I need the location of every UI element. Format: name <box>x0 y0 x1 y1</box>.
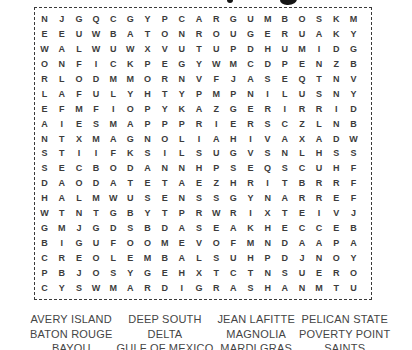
grid-cell[interactable]: A <box>173 251 190 266</box>
grid-cell[interactable]: M <box>225 57 242 72</box>
grid-cell[interactable]: C <box>242 57 259 72</box>
grid-cell[interactable]: E <box>293 206 310 221</box>
grid-cell[interactable]: N <box>293 281 310 296</box>
grid-cell[interactable]: D <box>122 161 139 176</box>
grid-cell[interactable]: I <box>311 42 328 57</box>
grid-cell[interactable]: T <box>156 87 173 102</box>
grid-cell[interactable]: C <box>276 117 293 132</box>
grid-cell[interactable]: L <box>276 87 293 102</box>
grid-cell[interactable]: M <box>208 87 225 102</box>
grid-cell[interactable]: E <box>156 266 173 281</box>
grid-cell[interactable]: U <box>293 87 310 102</box>
grid-cell[interactable]: E <box>208 221 225 236</box>
grid-cell[interactable]: T <box>242 266 259 281</box>
grid-cell[interactable]: R <box>311 191 328 206</box>
grid-cell[interactable]: R <box>311 176 328 191</box>
grid-cell[interactable]: G <box>87 221 104 236</box>
grid-cell[interactable]: H <box>259 42 276 57</box>
grid-cell[interactable]: I <box>87 57 104 72</box>
grid-cell[interactable]: D <box>276 236 293 251</box>
grid-cell[interactable]: L <box>105 87 122 102</box>
grid-cell[interactable]: O <box>139 236 156 251</box>
grid-cell[interactable]: C <box>293 161 310 176</box>
grid-cell[interactable]: D <box>36 176 53 191</box>
grid-cell[interactable]: N <box>173 72 190 87</box>
grid-cell[interactable]: O <box>87 266 104 281</box>
grid-cell[interactable]: R <box>53 251 70 266</box>
grid-cell[interactable]: C <box>173 12 190 27</box>
grid-cell[interactable]: G <box>225 147 242 162</box>
grid-cell[interactable]: M <box>53 221 70 236</box>
grid-cell[interactable]: G <box>225 102 242 117</box>
grid-cell[interactable]: F <box>87 102 104 117</box>
grid-cell[interactable]: W <box>122 42 139 57</box>
grid-cell[interactable]: Y <box>139 206 156 221</box>
grid-cell[interactable]: A <box>225 281 242 296</box>
grid-cell[interactable]: J <box>70 266 87 281</box>
grid-cell[interactable]: Q <box>293 72 310 87</box>
grid-cell[interactable]: F <box>345 191 362 206</box>
grid-cell[interactable]: L <box>105 251 122 266</box>
grid-cell[interactable]: B <box>122 206 139 221</box>
grid-cell[interactable]: I <box>259 176 276 191</box>
grid-cell[interactable]: H <box>225 176 242 191</box>
grid-cell[interactable]: A <box>276 281 293 296</box>
grid-cell[interactable]: W <box>345 132 362 147</box>
grid-cell[interactable]: A <box>311 236 328 251</box>
grid-cell[interactable]: I <box>70 147 87 162</box>
grid-cell[interactable]: A <box>276 191 293 206</box>
grid-cell[interactable]: E <box>173 236 190 251</box>
grid-cell[interactable]: K <box>122 57 139 72</box>
grid-cell[interactable]: F <box>105 236 122 251</box>
grid-cell[interactable]: O <box>70 72 87 87</box>
grid-cell[interactable]: M <box>87 191 104 206</box>
grid-cell[interactable]: E <box>328 221 345 236</box>
grid-cell[interactable]: L <box>173 132 190 147</box>
grid-cell[interactable]: N <box>328 87 345 102</box>
grid-cell[interactable]: I <box>190 132 207 147</box>
grid-cell[interactable]: R <box>311 102 328 117</box>
grid-cell[interactable]: U <box>87 87 104 102</box>
grid-cell[interactable]: Z <box>208 176 225 191</box>
grid-cell[interactable]: M <box>105 72 122 87</box>
grid-cell[interactable]: E <box>53 161 70 176</box>
grid-cell[interactable]: H <box>259 281 276 296</box>
grid-cell[interactable]: E <box>242 161 259 176</box>
grid-cell[interactable]: H <box>311 147 328 162</box>
grid-cell[interactable]: N <box>259 266 276 281</box>
grid-cell[interactable]: C <box>311 221 328 236</box>
grid-cell[interactable]: B <box>53 266 70 281</box>
grid-cell[interactable]: Y <box>139 12 156 27</box>
grid-cell[interactable]: H <box>173 266 190 281</box>
grid-cell[interactable]: D <box>156 281 173 296</box>
grid-cell[interactable]: M <box>105 117 122 132</box>
grid-cell[interactable]: I <box>242 132 259 147</box>
grid-cell[interactable]: H <box>242 251 259 266</box>
grid-cell[interactable]: I <box>259 87 276 102</box>
grid-cell[interactable]: E <box>139 176 156 191</box>
grid-cell[interactable]: T <box>156 206 173 221</box>
grid-cell[interactable]: G <box>122 12 139 27</box>
grid-cell[interactable]: N <box>53 57 70 72</box>
grid-cell[interactable]: S <box>345 147 362 162</box>
grid-cell[interactable]: V <box>242 147 259 162</box>
grid-cell[interactable]: R <box>242 176 259 191</box>
grid-cell[interactable]: F <box>225 236 242 251</box>
grid-cell[interactable]: F <box>70 87 87 102</box>
grid-cell[interactable]: E <box>328 191 345 206</box>
grid-cell[interactable]: U <box>225 251 242 266</box>
grid-cell[interactable]: W <box>105 191 122 206</box>
grid-cell[interactable]: F <box>105 147 122 162</box>
grid-cell[interactable]: S <box>139 147 156 162</box>
grid-cell[interactable]: T <box>53 132 70 147</box>
grid-cell[interactable]: I <box>328 102 345 117</box>
grid-cell[interactable]: U <box>105 42 122 57</box>
grid-cell[interactable]: P <box>173 206 190 221</box>
grid-cell[interactable]: A <box>105 132 122 147</box>
grid-cell[interactable]: A <box>242 72 259 87</box>
grid-cell[interactable]: K <box>328 27 345 42</box>
grid-cell[interactable]: E <box>36 27 53 42</box>
grid-cell[interactable]: L <box>311 117 328 132</box>
grid-cell[interactable]: J <box>293 251 310 266</box>
grid-cell[interactable]: K <box>122 147 139 162</box>
grid-cell[interactable]: S <box>70 281 87 296</box>
grid-cell[interactable]: I <box>173 281 190 296</box>
grid-cell[interactable]: W <box>36 206 53 221</box>
grid-cell[interactable]: S <box>242 281 259 296</box>
grid-cell[interactable]: J <box>345 206 362 221</box>
grid-cell[interactable]: T <box>87 206 104 221</box>
grid-cell[interactable]: R <box>293 191 310 206</box>
grid-cell[interactable]: T <box>276 176 293 191</box>
grid-cell[interactable]: Y <box>53 281 70 296</box>
grid-cell[interactable]: V <box>345 72 362 87</box>
grid-cell[interactable]: A <box>190 12 207 27</box>
grid-cell[interactable]: N <box>173 161 190 176</box>
grid-cell[interactable]: I <box>311 206 328 221</box>
grid-cell[interactable]: R <box>328 176 345 191</box>
grid-cell[interactable]: L <box>53 72 70 87</box>
grid-cell[interactable]: U <box>208 42 225 57</box>
grid-cell[interactable]: U <box>242 12 259 27</box>
grid-cell[interactable]: O <box>208 27 225 42</box>
grid-cell[interactable]: E <box>36 102 53 117</box>
grid-cell[interactable]: M <box>156 236 173 251</box>
grid-cell[interactable]: T <box>190 42 207 57</box>
grid-cell[interactable]: S <box>328 147 345 162</box>
grid-cell[interactable]: E <box>276 221 293 236</box>
grid-cell[interactable]: A <box>293 236 310 251</box>
grid-cell[interactable]: B <box>36 236 53 251</box>
grid-cell[interactable]: G <box>70 12 87 27</box>
grid-cell[interactable]: M <box>87 132 104 147</box>
grid-cell[interactable]: Y <box>190 57 207 72</box>
grid-cell[interactable]: R <box>259 102 276 117</box>
grid-cell[interactable]: O <box>293 12 310 27</box>
grid-cell[interactable]: F <box>70 57 87 72</box>
grid-cell[interactable]: K <box>242 221 259 236</box>
grid-cell[interactable]: N <box>311 251 328 266</box>
grid-cell[interactable]: S <box>276 161 293 176</box>
grid-cell[interactable]: A <box>190 102 207 117</box>
grid-cell[interactable]: P <box>36 266 53 281</box>
grid-cell[interactable]: H <box>328 161 345 176</box>
grid-cell[interactable]: T <box>139 27 156 42</box>
grid-cell[interactable]: N <box>36 132 53 147</box>
grid-cell[interactable]: S <box>190 147 207 162</box>
grid-cell[interactable]: N <box>173 27 190 42</box>
grid-cell[interactable]: P <box>225 87 242 102</box>
grid-cell[interactable]: U <box>293 27 310 42</box>
grid-cell[interactable]: Y <box>242 191 259 206</box>
grid-cell[interactable]: A <box>173 221 190 236</box>
grid-cell[interactable]: R <box>276 27 293 42</box>
grid-cell[interactable]: N <box>276 147 293 162</box>
grid-cell[interactable]: G <box>70 236 87 251</box>
grid-cell[interactable]: V <box>156 42 173 57</box>
grid-cell[interactable]: K <box>328 12 345 27</box>
grid-cell[interactable]: C <box>70 161 87 176</box>
grid-cell[interactable]: D <box>328 132 345 147</box>
grid-cell[interactable]: I <box>53 117 70 132</box>
grid-cell[interactable]: P <box>139 102 156 117</box>
grid-cell[interactable]: S <box>208 191 225 206</box>
grid-cell[interactable]: S <box>225 161 242 176</box>
grid-cell[interactable]: E <box>70 251 87 266</box>
grid-cell[interactable]: A <box>173 176 190 191</box>
grid-cell[interactable]: S <box>311 87 328 102</box>
grid-cell[interactable]: S <box>259 117 276 132</box>
grid-cell[interactable]: D <box>259 57 276 72</box>
grid-cell[interactable]: P <box>225 42 242 57</box>
grid-cell[interactable]: G <box>190 281 207 296</box>
grid-cell[interactable]: R <box>208 281 225 296</box>
grid-cell[interactable]: G <box>225 191 242 206</box>
grid-cell[interactable]: S <box>276 266 293 281</box>
grid-cell[interactable]: T <box>156 176 173 191</box>
grid-cell[interactable]: N <box>259 191 276 206</box>
grid-cell[interactable]: X <box>293 132 310 147</box>
grid-cell[interactable]: X <box>190 266 207 281</box>
grid-cell[interactable]: B <box>345 117 362 132</box>
grid-cell[interactable]: O <box>345 266 362 281</box>
grid-cell[interactable]: E <box>53 27 70 42</box>
grid-cell[interactable]: U <box>225 27 242 42</box>
grid-cell[interactable]: H <box>225 132 242 147</box>
grid-cell[interactable]: N <box>36 12 53 27</box>
grid-cell[interactable]: M <box>105 281 122 296</box>
grid-cell[interactable]: T <box>122 176 139 191</box>
grid-cell[interactable]: A <box>122 27 139 42</box>
grid-cell[interactable]: P <box>156 117 173 132</box>
grid-cell[interactable]: R <box>156 72 173 87</box>
grid-cell[interactable]: B <box>276 12 293 27</box>
grid-cell[interactable]: I <box>87 147 104 162</box>
grid-cell[interactable]: S <box>190 221 207 236</box>
grid-cell[interactable]: T <box>328 281 345 296</box>
grid-cell[interactable]: N <box>328 117 345 132</box>
grid-cell[interactable]: P <box>190 87 207 102</box>
grid-cell[interactable]: J <box>70 221 87 236</box>
grid-cell[interactable]: Q <box>259 161 276 176</box>
grid-cell[interactable]: W <box>87 42 104 57</box>
grid-cell[interactable]: U <box>173 42 190 57</box>
grid-cell[interactable]: E <box>122 251 139 266</box>
grid-cell[interactable]: R <box>36 72 53 87</box>
grid-cell[interactable]: G <box>173 57 190 72</box>
grid-cell[interactable]: E <box>156 191 173 206</box>
grid-cell[interactable]: A <box>311 132 328 147</box>
grid-cell[interactable]: A <box>225 221 242 236</box>
grid-cell[interactable]: U <box>293 266 310 281</box>
grid-cell[interactable]: R <box>328 266 345 281</box>
grid-cell[interactable]: D <box>105 221 122 236</box>
grid-cell[interactable]: J <box>225 72 242 87</box>
grid-cell[interactable]: T <box>311 72 328 87</box>
grid-cell[interactable]: G <box>225 12 242 27</box>
grid-cell[interactable]: O <box>36 57 53 72</box>
grid-cell[interactable]: J <box>53 12 70 27</box>
grid-cell[interactable]: I <box>156 147 173 162</box>
grid-cell[interactable]: D <box>87 72 104 87</box>
grid-cell[interactable]: C <box>293 221 310 236</box>
grid-cell[interactable]: Y <box>122 87 139 102</box>
grid-cell[interactable]: S <box>36 147 53 162</box>
grid-cell[interactable]: A <box>53 87 70 102</box>
grid-cell[interactable]: S <box>87 117 104 132</box>
grid-cell[interactable]: A <box>53 176 70 191</box>
grid-cell[interactable]: E <box>311 266 328 281</box>
grid-cell[interactable]: P <box>276 57 293 72</box>
grid-cell[interactable]: A <box>122 117 139 132</box>
grid-cell[interactable]: C <box>105 12 122 27</box>
grid-cell[interactable]: E <box>293 57 310 72</box>
grid-cell[interactable]: P <box>139 57 156 72</box>
grid-cell[interactable]: N <box>70 206 87 221</box>
grid-cell[interactable]: O <box>87 251 104 266</box>
grid-cell[interactable]: Y <box>156 102 173 117</box>
grid-cell[interactable]: A <box>208 132 225 147</box>
grid-cell[interactable]: N <box>156 161 173 176</box>
grid-cell[interactable]: U <box>276 42 293 57</box>
grid-cell[interactable]: Y <box>173 87 190 102</box>
grid-cell[interactable]: S <box>105 266 122 281</box>
grid-cell[interactable]: B <box>87 161 104 176</box>
grid-cell[interactable]: H <box>139 87 156 102</box>
grid-cell[interactable]: O <box>122 102 139 117</box>
grid-cell[interactable]: S <box>122 221 139 236</box>
grid-cell[interactable]: A <box>36 117 53 132</box>
grid-cell[interactable]: F <box>345 161 362 176</box>
grid-cell[interactable]: R <box>139 281 156 296</box>
grid-cell[interactable]: R <box>293 102 310 117</box>
grid-cell[interactable]: G <box>139 266 156 281</box>
grid-cell[interactable]: B <box>156 251 173 266</box>
grid-cell[interactable]: N <box>259 236 276 251</box>
grid-cell[interactable]: Y <box>345 27 362 42</box>
grid-cell[interactable]: P <box>208 161 225 176</box>
grid-cell[interactable]: P <box>173 117 190 132</box>
grid-cell[interactable]: R <box>225 206 242 221</box>
grid-cell[interactable]: O <box>156 27 173 42</box>
grid-cell[interactable]: V <box>190 72 207 87</box>
grid-cell[interactable]: V <box>328 206 345 221</box>
grid-cell[interactable]: W <box>208 206 225 221</box>
grid-cell[interactable]: C <box>225 266 242 281</box>
grid-cell[interactable]: U <box>87 236 104 251</box>
grid-cell[interactable]: E <box>70 117 87 132</box>
grid-cell[interactable]: G <box>345 42 362 57</box>
grid-cell[interactable]: T <box>53 147 70 162</box>
grid-cell[interactable]: M <box>70 102 87 117</box>
grid-cell[interactable]: C <box>36 281 53 296</box>
grid-cell[interactable]: G <box>36 221 53 236</box>
grid-cell[interactable]: F <box>345 176 362 191</box>
grid-cell[interactable]: S <box>259 72 276 87</box>
grid-cell[interactable]: B <box>345 57 362 72</box>
grid-cell[interactable]: B <box>293 176 310 191</box>
grid-cell[interactable]: P <box>156 12 173 27</box>
grid-cell[interactable]: V <box>259 132 276 147</box>
grid-cell[interactable]: D <box>156 221 173 236</box>
grid-cell[interactable]: O <box>122 236 139 251</box>
grid-cell[interactable]: X <box>259 206 276 221</box>
grid-cell[interactable]: L <box>173 147 190 162</box>
grid-cell[interactable]: W <box>87 281 104 296</box>
grid-cell[interactable]: A <box>139 161 156 176</box>
grid-cell[interactable]: S <box>190 191 207 206</box>
grid-cell[interactable]: S <box>36 161 53 176</box>
grid-cell[interactable]: D <box>242 42 259 57</box>
grid-cell[interactable]: L <box>190 251 207 266</box>
grid-cell[interactable]: X <box>70 132 87 147</box>
grid-cell[interactable]: B <box>345 221 362 236</box>
grid-cell[interactable]: D <box>328 42 345 57</box>
grid-cell[interactable]: S <box>139 191 156 206</box>
grid-cell[interactable]: U <box>345 281 362 296</box>
grid-cell[interactable]: A <box>345 236 362 251</box>
grid-cell[interactable]: H <box>259 221 276 236</box>
grid-cell[interactable]: P <box>259 251 276 266</box>
grid-cell[interactable]: A <box>105 176 122 191</box>
grid-cell[interactable]: M <box>139 251 156 266</box>
grid-cell[interactable]: X <box>139 42 156 57</box>
grid-cell[interactable]: L <box>293 147 310 162</box>
grid-cell[interactable]: H <box>36 191 53 206</box>
grid-cell[interactable]: Y <box>122 266 139 281</box>
grid-cell[interactable]: M <box>293 42 310 57</box>
grid-cell[interactable]: U <box>311 161 328 176</box>
grid-cell[interactable]: K <box>173 102 190 117</box>
grid-cell[interactable]: L <box>70 191 87 206</box>
grid-cell[interactable]: A <box>53 42 70 57</box>
grid-cell[interactable]: O <box>328 251 345 266</box>
grid-cell[interactable]: O <box>156 132 173 147</box>
grid-cell[interactable]: U <box>208 147 225 162</box>
grid-cell[interactable]: R <box>190 117 207 132</box>
grid-cell[interactable]: G <box>105 206 122 221</box>
grid-cell[interactable]: A <box>276 132 293 147</box>
grid-cell[interactable]: O <box>70 176 87 191</box>
grid-cell[interactable]: E <box>190 176 207 191</box>
grid-cell[interactable]: F <box>53 102 70 117</box>
grid-cell[interactable]: N <box>242 87 259 102</box>
grid-cell[interactable]: O <box>139 72 156 87</box>
